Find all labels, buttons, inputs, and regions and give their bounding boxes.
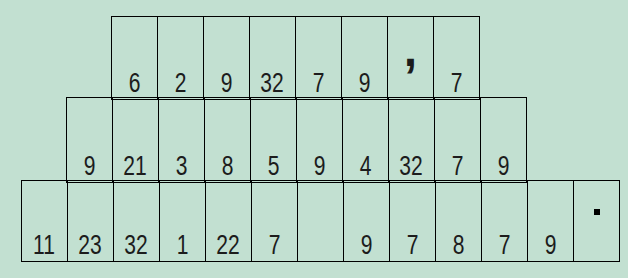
number-value: 4 bbox=[360, 153, 372, 180]
number-value: 7 bbox=[269, 232, 281, 259]
number-value: 7 bbox=[407, 232, 419, 259]
cell-bottom-col5: 22 bbox=[206, 181, 252, 262]
row-bottom-cells: 112332122797879 bbox=[22, 181, 620, 262]
number-value: 6 bbox=[129, 70, 141, 97]
puzzle-board: 6293279,7 921385943279 112332122797879 bbox=[0, 0, 628, 278]
cell-top-col4: 2 bbox=[158, 17, 204, 100]
number-value: 7 bbox=[499, 232, 511, 259]
row-bottom: 112332122797879 bbox=[21, 180, 620, 262]
cell-middle-col3: 21 bbox=[113, 98, 159, 183]
number-value: 9 bbox=[498, 153, 510, 180]
number-value: 22 bbox=[217, 232, 240, 259]
cell-bottom-col6: 7 bbox=[252, 181, 298, 262]
number-value: 8 bbox=[453, 232, 465, 259]
number-value: 9 bbox=[361, 232, 373, 259]
cell-top-col9-comma: , bbox=[388, 17, 434, 100]
number-value: 9 bbox=[84, 153, 96, 180]
cell-bottom-col12: 9 bbox=[528, 181, 574, 262]
number-value: 1 bbox=[177, 232, 189, 259]
number-value: 7 bbox=[452, 153, 464, 180]
comma-glyph: , bbox=[388, 26, 433, 74]
cell-bottom-col9: 7 bbox=[390, 181, 436, 262]
cell-bottom-col3: 32 bbox=[114, 181, 160, 262]
number-value: 5 bbox=[268, 153, 280, 180]
dot-glyph bbox=[594, 209, 600, 215]
number-value: 23 bbox=[79, 232, 102, 259]
cell-middle-col8: 4 bbox=[343, 98, 389, 183]
number-value: 9 bbox=[359, 70, 371, 97]
row-top-cells: 6293279,7 bbox=[112, 17, 480, 100]
cell-top-col5: 9 bbox=[204, 17, 250, 100]
cell-middle-col11: 9 bbox=[481, 98, 527, 183]
cell-bottom-col1: 11 bbox=[22, 181, 68, 262]
cell-middle-col7: 9 bbox=[297, 98, 343, 183]
cell-bottom-col8: 9 bbox=[344, 181, 390, 262]
cell-middle-col5: 8 bbox=[205, 98, 251, 183]
number-value: 32 bbox=[261, 70, 284, 97]
number-value: 8 bbox=[222, 153, 234, 180]
cell-middle-col9: 32 bbox=[389, 98, 435, 183]
cell-top-col3: 6 bbox=[112, 17, 158, 100]
number-value: 2 bbox=[175, 70, 187, 97]
cell-middle-col10: 7 bbox=[435, 98, 481, 183]
cell-bottom-col11: 7 bbox=[482, 181, 528, 262]
cell-middle-col6: 5 bbox=[251, 98, 297, 183]
cell-bottom-col2: 23 bbox=[68, 181, 114, 262]
cell-top-col6: 32 bbox=[250, 17, 296, 100]
cell-top-col7: 7 bbox=[296, 17, 342, 100]
row-middle-cells: 921385943279 bbox=[67, 98, 527, 183]
cell-middle-col4: 3 bbox=[159, 98, 205, 183]
number-value: 32 bbox=[400, 153, 423, 180]
number-value: 21 bbox=[124, 153, 147, 180]
number-value: 7 bbox=[451, 70, 463, 97]
number-value: 7 bbox=[313, 70, 325, 97]
row-middle: 921385943279 bbox=[66, 97, 527, 183]
number-value: 9 bbox=[221, 70, 233, 97]
number-value: 32 bbox=[125, 232, 148, 259]
cell-bottom-col4: 1 bbox=[160, 181, 206, 262]
number-value: 9 bbox=[314, 153, 326, 180]
row-top: 6293279,7 bbox=[111, 16, 480, 100]
cell-bottom-col13-dot bbox=[574, 181, 620, 262]
cell-top-col8: 9 bbox=[342, 17, 388, 100]
cell-bottom-col7-black bbox=[298, 181, 344, 262]
cell-bottom-col10: 8 bbox=[436, 181, 482, 262]
number-value: 3 bbox=[176, 153, 188, 180]
cell-middle-col2: 9 bbox=[67, 98, 113, 183]
number-value: 9 bbox=[545, 232, 557, 259]
number-value: 11 bbox=[34, 232, 56, 259]
cell-top-col10: 7 bbox=[434, 17, 480, 100]
